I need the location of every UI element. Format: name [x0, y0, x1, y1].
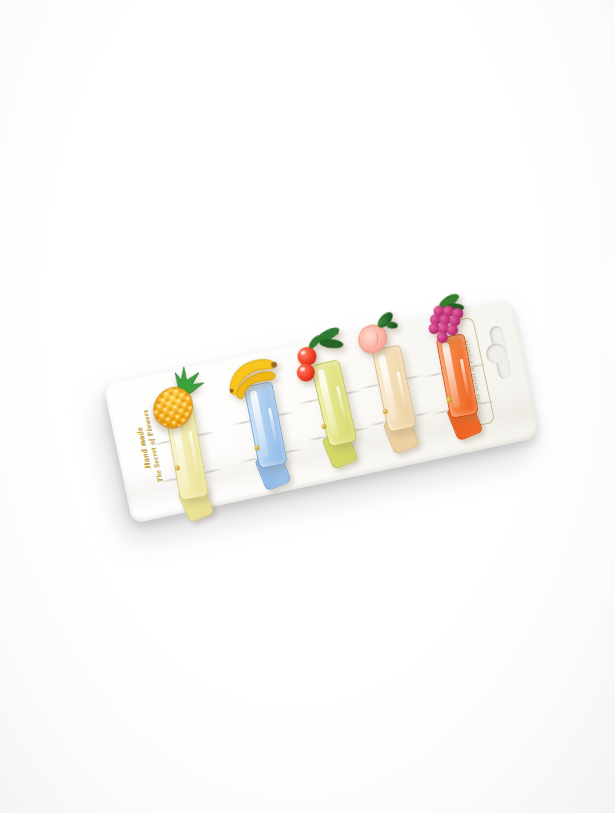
cherry-charm: [287, 324, 355, 389]
banana-bunch-icon: [217, 346, 290, 407]
cherry-fruit: [295, 362, 316, 383]
euro-slot-hang-hole: [488, 325, 512, 381]
product-photo: Hand made The Secret of Flowers Hand mad…: [0, 0, 615, 813]
peach-leaf-icon: [386, 321, 399, 329]
banana-charm: [217, 346, 290, 407]
pineapple-charm: [143, 361, 212, 437]
clip-body: [372, 344, 417, 432]
peach-fruit: [356, 322, 390, 355]
display-card: Hand made The Secret of Flowers Hand mad…: [103, 298, 541, 524]
